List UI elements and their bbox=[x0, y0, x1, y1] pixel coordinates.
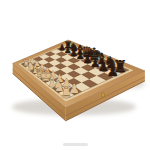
piece-white-rook: ♜ bbox=[60, 84, 73, 100]
product-photo: ♜♟♞♟♝♟♛♟♚♟♝♟♜♟♟♞♞♟♟♜♝♟♟♛♟♚♟♝♟♞♟♜ bbox=[0, 0, 150, 150]
piece-black-pawn: ♟ bbox=[107, 63, 119, 79]
faint-watermark bbox=[63, 143, 88, 146]
brass-latch bbox=[102, 93, 105, 97]
chess-set-scene: ♜♟♞♟♝♟♛♟♚♟♝♟♜♟♟♞♞♟♟♜♝♟♟♛♟♚♟♝♟♞♟♜ bbox=[0, 0, 150, 150]
